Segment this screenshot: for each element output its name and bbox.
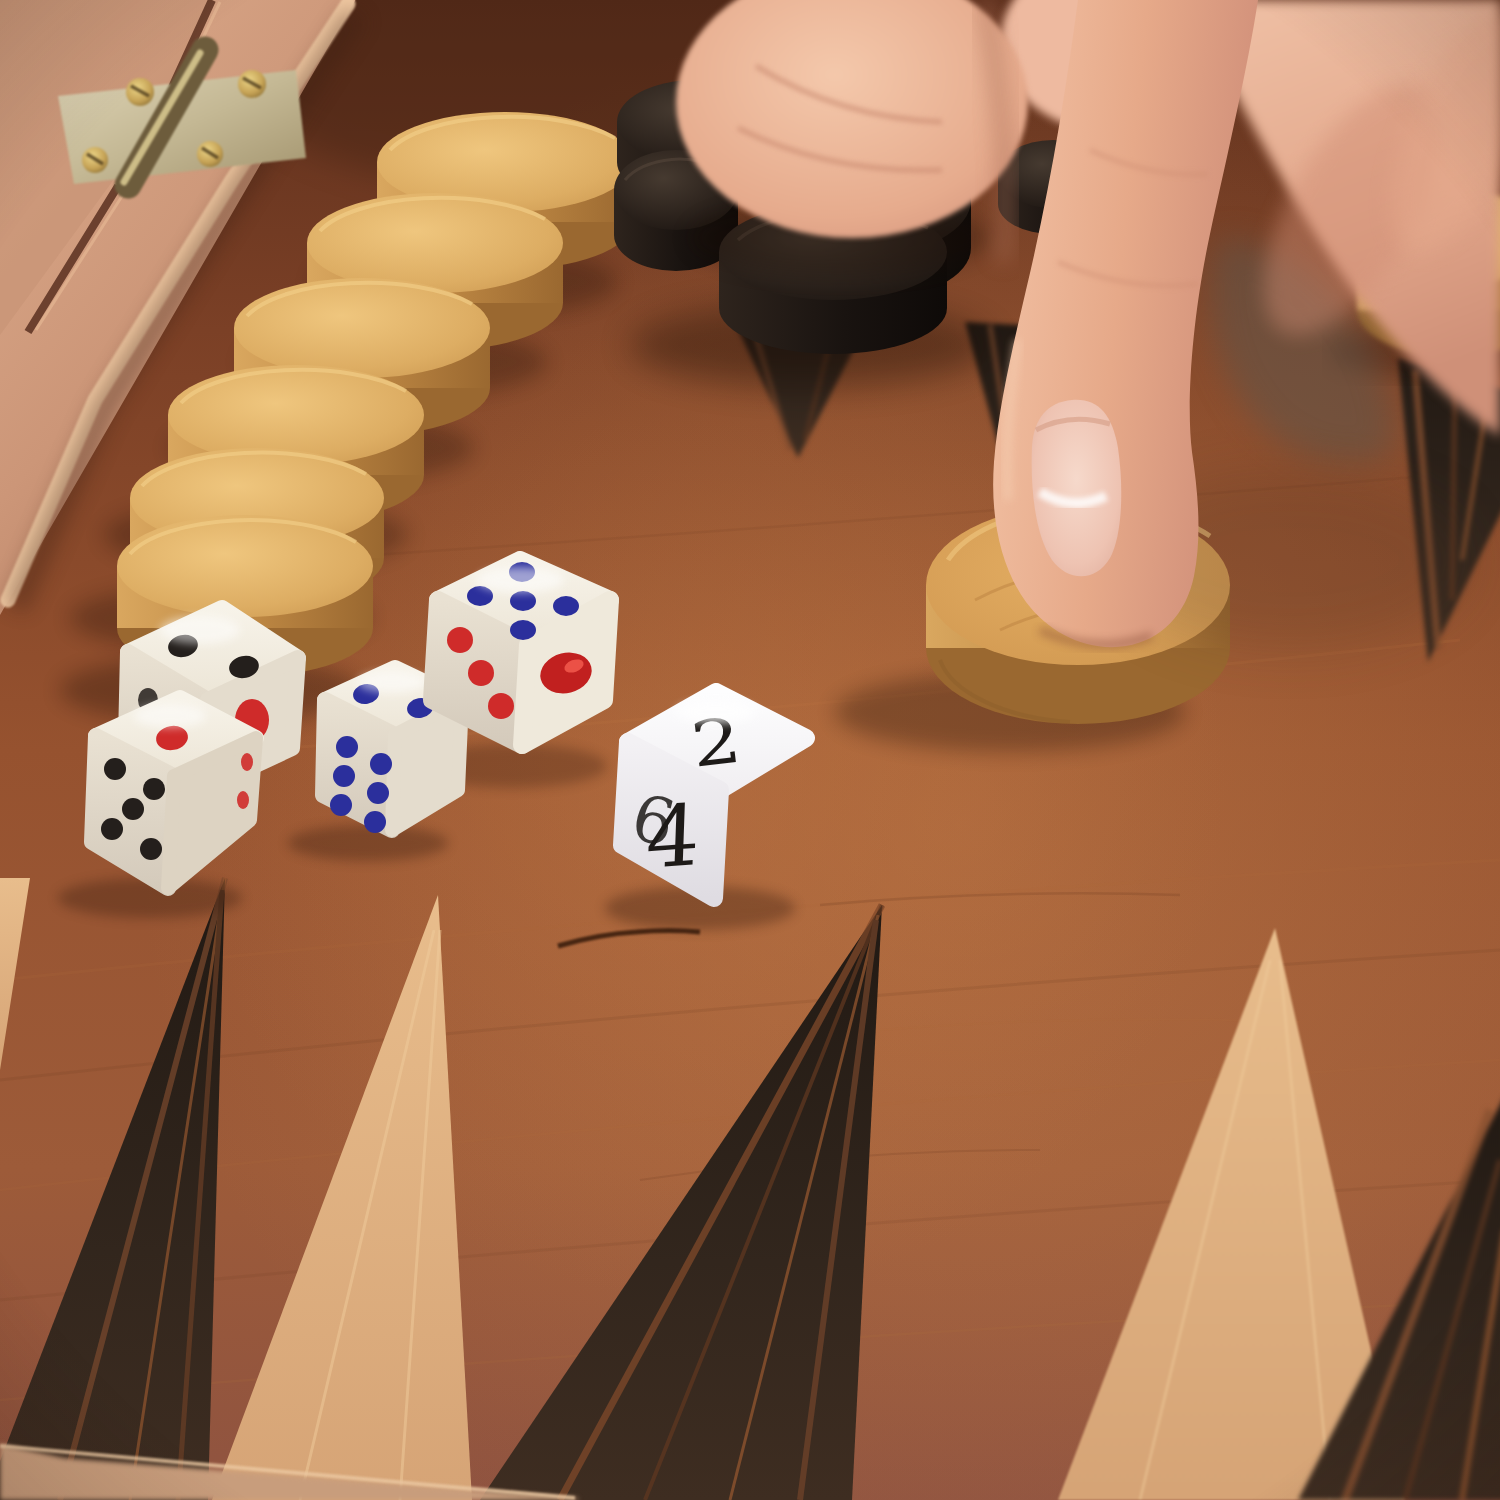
vignette: [0, 0, 1500, 1500]
backgammon-photo-scene: 2 4 6: [0, 0, 1500, 1500]
